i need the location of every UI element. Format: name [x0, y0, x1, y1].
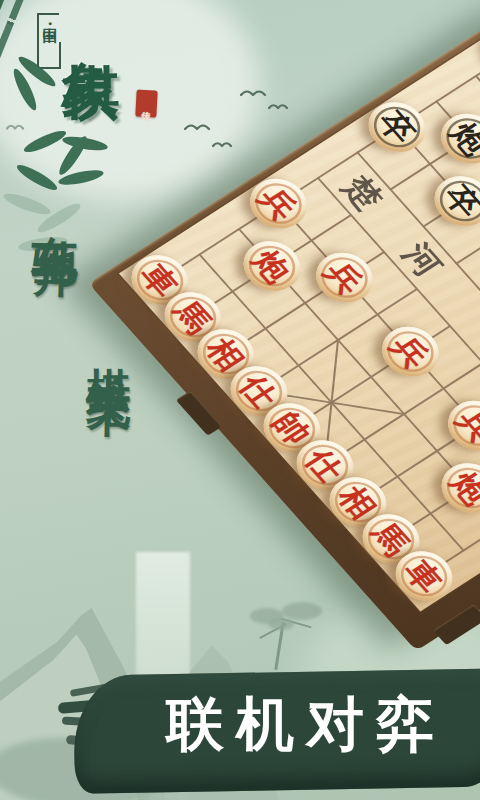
bird-icon — [268, 101, 290, 111]
slogan-column-2: 棋术绝天下 — [80, 332, 139, 372]
logo-bracket — [40, 42, 61, 69]
app-title: 象棋 — [58, 14, 124, 20]
tree-decoration — [268, 618, 294, 630]
tree-decoration — [282, 602, 322, 620]
splash-screen: 楚 河 車馬象卒炮士將卒兵士炮象卒兵車馬馬車卒兵相炮仕卒兵帥仕炮兵相馬車 中・国… — [0, 0, 480, 800]
seal-text: 传统 — [142, 103, 152, 104]
online-play-label[interactable]: 联机对弈 — [166, 688, 480, 760]
bird-icon — [240, 86, 268, 98]
bird-icon — [6, 122, 26, 131]
slogan-column-1: 车驰马奔 — [26, 197, 89, 223]
seal-badge: 传统 — [135, 89, 157, 117]
bird-icon — [212, 139, 234, 149]
bird-icon — [184, 120, 212, 132]
